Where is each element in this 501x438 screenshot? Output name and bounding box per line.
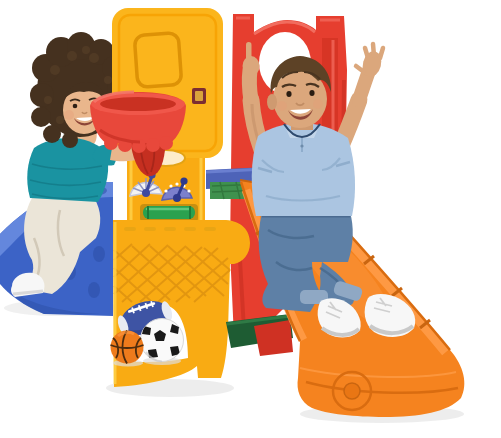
step2-logo-badge (192, 88, 206, 104)
boy-jeans (259, 212, 364, 312)
basketball (111, 331, 144, 364)
hoop-opening (100, 97, 176, 111)
boy-shirt (252, 123, 355, 216)
red-support-foot (254, 320, 293, 356)
soccer-ball (141, 319, 184, 362)
roller-toy (140, 204, 198, 222)
scene-illustration (0, 0, 501, 438)
product-photo (0, 0, 501, 438)
boy-arm-left (340, 44, 384, 148)
